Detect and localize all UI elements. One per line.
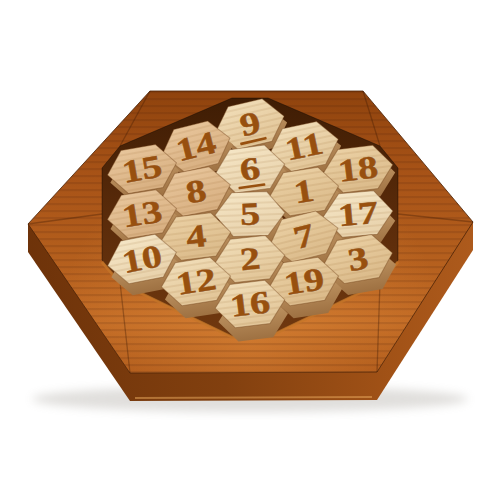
- tile-12-label: 12: [173, 261, 218, 302]
- tile-13-label: 13: [119, 193, 164, 234]
- tile-18-label: 18: [336, 149, 380, 189]
- tile-17-label: 17: [337, 195, 380, 234]
- tile-10-label: 10: [119, 238, 165, 280]
- tile-4-label: 4: [184, 218, 208, 256]
- tile-19-label: 19: [281, 261, 326, 302]
- board-bottom-edge-highlight: [135, 397, 372, 398]
- board-scene: 9 14 11 15 6 18: [0, 0, 500, 500]
- product-photo-hex-puzzle: 9 14 11 15 6 18: [0, 0, 500, 500]
- tile-15-label: 15: [119, 148, 165, 190]
- tile-5-label: 5: [239, 196, 260, 232]
- tile-2-label: 2: [238, 240, 262, 277]
- tile-16-label: 16: [228, 284, 272, 324]
